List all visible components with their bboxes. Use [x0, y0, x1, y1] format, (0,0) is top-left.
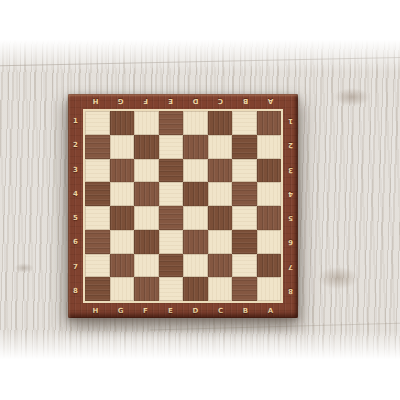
- square-f6[interactable]: [134, 230, 159, 254]
- square-b7[interactable]: [232, 254, 257, 278]
- square-h8[interactable]: [85, 277, 110, 301]
- chessboard: HGFEDCBA HGFEDCBA 12345678 12345678: [68, 94, 298, 318]
- file-label-d: D: [183, 94, 208, 109]
- square-a7[interactable]: [257, 254, 282, 278]
- file-label-a: A: [258, 303, 283, 318]
- square-a8[interactable]: [257, 277, 282, 301]
- file-label-b: B: [233, 303, 258, 318]
- square-e5[interactable]: [159, 206, 184, 230]
- square-g6[interactable]: [110, 230, 135, 254]
- square-c1[interactable]: [208, 111, 233, 135]
- file-label-g: G: [108, 94, 133, 109]
- square-g8[interactable]: [110, 277, 135, 301]
- square-d3[interactable]: [183, 159, 208, 183]
- square-h2[interactable]: [85, 135, 110, 159]
- square-d1[interactable]: [183, 111, 208, 135]
- square-c6[interactable]: [208, 230, 233, 254]
- square-f5[interactable]: [134, 206, 159, 230]
- square-g2[interactable]: [110, 135, 135, 159]
- rank-label-1: 1: [283, 109, 298, 133]
- chessboard-playing-field: [83, 109, 283, 303]
- square-d6[interactable]: [183, 230, 208, 254]
- square-e7[interactable]: [159, 254, 184, 278]
- square-d5[interactable]: [183, 206, 208, 230]
- rank-label-3: 3: [68, 158, 83, 182]
- file-label-g: G: [108, 303, 133, 318]
- file-labels-top: HGFEDCBA: [83, 94, 283, 109]
- file-label-f: F: [133, 94, 158, 109]
- square-b6[interactable]: [232, 230, 257, 254]
- square-c3[interactable]: [208, 159, 233, 183]
- square-g5[interactable]: [110, 206, 135, 230]
- rank-label-2: 2: [68, 133, 83, 157]
- file-label-d: D: [183, 303, 208, 318]
- square-a4[interactable]: [257, 182, 282, 206]
- square-g1[interactable]: [110, 111, 135, 135]
- square-b2[interactable]: [232, 135, 257, 159]
- square-h3[interactable]: [85, 159, 110, 183]
- square-e2[interactable]: [159, 135, 184, 159]
- square-e1[interactable]: [159, 111, 184, 135]
- square-a5[interactable]: [257, 206, 282, 230]
- square-a1[interactable]: [257, 111, 282, 135]
- rank-label-7: 7: [68, 255, 83, 279]
- square-f1[interactable]: [134, 111, 159, 135]
- square-f3[interactable]: [134, 159, 159, 183]
- square-c5[interactable]: [208, 206, 233, 230]
- file-label-c: C: [208, 303, 233, 318]
- square-b1[interactable]: [232, 111, 257, 135]
- square-g4[interactable]: [110, 182, 135, 206]
- square-c7[interactable]: [208, 254, 233, 278]
- square-h4[interactable]: [85, 182, 110, 206]
- file-label-b: B: [233, 94, 258, 109]
- square-g3[interactable]: [110, 159, 135, 183]
- scene: HGFEDCBA HGFEDCBA 12345678 12345678: [0, 0, 400, 400]
- file-label-e: E: [158, 303, 183, 318]
- square-h7[interactable]: [85, 254, 110, 278]
- file-label-h: H: [83, 94, 108, 109]
- square-f7[interactable]: [134, 254, 159, 278]
- square-d4[interactable]: [183, 182, 208, 206]
- rank-labels-left: 12345678: [68, 109, 83, 303]
- square-d7[interactable]: [183, 254, 208, 278]
- rank-label-8: 8: [283, 279, 298, 303]
- square-a2[interactable]: [257, 135, 282, 159]
- square-f2[interactable]: [134, 135, 159, 159]
- file-label-h: H: [83, 303, 108, 318]
- rank-labels-right: 12345678: [283, 109, 298, 303]
- square-f8[interactable]: [134, 277, 159, 301]
- rank-label-6: 6: [283, 230, 298, 254]
- square-c8[interactable]: [208, 277, 233, 301]
- square-c4[interactable]: [208, 182, 233, 206]
- square-e6[interactable]: [159, 230, 184, 254]
- rank-label-5: 5: [283, 206, 298, 230]
- square-d2[interactable]: [183, 135, 208, 159]
- rank-label-1: 1: [68, 109, 83, 133]
- square-h5[interactable]: [85, 206, 110, 230]
- rank-label-3: 3: [283, 158, 298, 182]
- file-label-f: F: [133, 303, 158, 318]
- rank-label-4: 4: [283, 182, 298, 206]
- square-e3[interactable]: [159, 159, 184, 183]
- square-b5[interactable]: [232, 206, 257, 230]
- square-f4[interactable]: [134, 182, 159, 206]
- rank-label-7: 7: [283, 255, 298, 279]
- square-e4[interactable]: [159, 182, 184, 206]
- rank-label-2: 2: [283, 133, 298, 157]
- square-b3[interactable]: [232, 159, 257, 183]
- square-g7[interactable]: [110, 254, 135, 278]
- file-label-a: A: [258, 94, 283, 109]
- file-labels-bottom: HGFEDCBA: [83, 303, 283, 318]
- square-a3[interactable]: [257, 159, 282, 183]
- square-a6[interactable]: [257, 230, 282, 254]
- file-label-e: E: [158, 94, 183, 109]
- square-h6[interactable]: [85, 230, 110, 254]
- square-b4[interactable]: [232, 182, 257, 206]
- square-c2[interactable]: [208, 135, 233, 159]
- rank-label-6: 6: [68, 230, 83, 254]
- rank-label-4: 4: [68, 182, 83, 206]
- square-h1[interactable]: [85, 111, 110, 135]
- square-e8[interactable]: [159, 277, 184, 301]
- square-d8[interactable]: [183, 277, 208, 301]
- rank-label-8: 8: [68, 279, 83, 303]
- file-label-c: C: [208, 94, 233, 109]
- square-b8[interactable]: [232, 277, 257, 301]
- rank-label-5: 5: [68, 206, 83, 230]
